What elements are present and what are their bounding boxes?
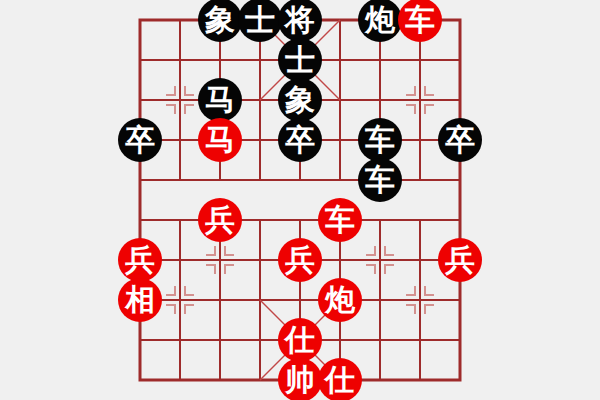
piece-red-advisor[interactable]: 仕 bbox=[318, 358, 362, 400]
piece-black-soldier[interactable]: 卒 bbox=[278, 118, 322, 162]
piece-black-advisor[interactable]: 士 bbox=[238, 0, 282, 42]
piece-black-chariot[interactable]: 车 bbox=[358, 158, 402, 202]
piece-red-advisor[interactable]: 仕 bbox=[278, 318, 322, 362]
piece-black-cannon[interactable]: 炮 bbox=[358, 0, 402, 42]
piece-red-soldier[interactable]: 兵 bbox=[438, 238, 482, 282]
piece-layer[interactable]: 象士将炮车士马象卒马卒车卒车兵车兵兵兵相炮仕帅仕 bbox=[120, 0, 480, 400]
piece-black-chariot[interactable]: 车 bbox=[358, 118, 402, 162]
piece-red-soldier[interactable]: 兵 bbox=[278, 238, 322, 282]
piece-black-horse[interactable]: 马 bbox=[198, 78, 242, 122]
piece-red-general[interactable]: 帅 bbox=[278, 358, 322, 400]
piece-black-general[interactable]: 将 bbox=[278, 0, 322, 42]
piece-red-soldier[interactable]: 兵 bbox=[198, 198, 242, 242]
piece-red-elephant[interactable]: 相 bbox=[118, 278, 162, 322]
piece-black-advisor[interactable]: 士 bbox=[278, 38, 322, 82]
piece-black-elephant[interactable]: 象 bbox=[278, 78, 322, 122]
piece-black-soldier[interactable]: 卒 bbox=[438, 118, 482, 162]
piece-red-horse[interactable]: 马 bbox=[198, 118, 242, 162]
piece-black-elephant[interactable]: 象 bbox=[198, 0, 242, 42]
piece-black-soldier[interactable]: 卒 bbox=[118, 118, 162, 162]
xiangqi-app: 象士将炮车士马象卒马卒车卒车兵车兵兵兵相炮仕帅仕 bbox=[0, 0, 600, 400]
piece-red-soldier[interactable]: 兵 bbox=[118, 238, 162, 282]
piece-red-chariot[interactable]: 车 bbox=[318, 198, 362, 242]
piece-red-cannon[interactable]: 炮 bbox=[318, 278, 362, 322]
piece-red-chariot[interactable]: 车 bbox=[398, 0, 442, 42]
